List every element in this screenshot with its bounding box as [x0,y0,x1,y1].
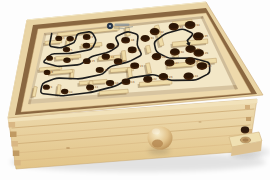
maze-hole-depth [194,33,203,39]
maze-hole-depth [56,36,62,40]
maze-hole-depth [114,58,121,62]
hole-number: 2 [75,37,77,41]
maze-hole-depth [47,56,53,60]
maze-hole-depth [64,58,70,62]
hole-number: 1 [63,36,65,40]
maze-hole-depth [96,67,103,71]
hole-number: 34 [196,23,200,27]
maze-hole-depth [87,85,94,89]
hole-number: 7 [71,58,73,62]
hole-number: 12 [115,81,119,85]
hole-number: 8 [51,70,53,74]
hole-number: 14 [105,68,109,72]
maze-hole-depth [128,47,136,52]
hole-number: 5 [71,48,73,52]
maze-hole-depth [169,23,178,28]
hole-number: 9 [51,85,53,89]
hole-number: 4 [91,44,93,48]
hole-number: 20 [123,59,127,63]
hole-number: 28 [162,55,166,59]
box-top [8,2,263,118]
maze-hole-depth [122,79,129,84]
tilt-knob [148,127,173,155]
maze-hole-depth [84,59,91,63]
maze-hole-depth [107,80,114,84]
hole-number: 31 [151,36,155,40]
hole-number: 10 [69,90,73,94]
hole-number: 26 [196,59,200,63]
maze-hole-depth [67,36,73,40]
maze-hole-depth [198,62,207,68]
maze-hole-depth [44,70,50,74]
maze-hole-depth [152,53,160,58]
hole-number: 27 [175,61,179,65]
maze-hole-depth [151,28,159,33]
hole-number: 35 [204,34,208,38]
hole-number: 13 [131,80,135,84]
hole-number: 25 [208,64,212,68]
maze-hole-depth [107,43,114,47]
hole-number: 6 [54,56,56,60]
hole-number: 19 [138,48,142,52]
hole-number: 17 [116,44,120,48]
hole-number: 24 [194,74,198,78]
hole-number: 23 [169,75,173,79]
hole-number: 3 [91,35,93,39]
hole-number: 32 [160,30,164,34]
ball-exit-hole [241,126,249,133]
maze-hole-depth [141,35,149,40]
wood-knot [198,121,201,123]
maze-hole-depth [43,85,49,89]
maze-hole-depth [63,47,69,51]
hole-number: 15 [91,59,95,63]
maze-hole-depth [102,54,109,58]
maze-hole-depth [165,59,173,64]
wood-knot [66,147,70,149]
hole-number: 29 [205,51,209,55]
hole-number: 11 [95,85,99,89]
maze-hole-depth [62,89,68,93]
hole-number: 21 [140,64,144,68]
labyrinth-photo: 1234567891011121314151617181920212223242… [0,0,270,180]
maze-hole-depth [171,49,180,54]
maze-hole-depth [186,45,195,50]
hole-number: 22 [153,77,157,81]
maze-hole-depth [144,76,152,81]
hole-number: 33 [180,25,184,29]
maze-hole-depth [122,37,130,42]
maze-hole-depth [186,58,195,63]
hole-number: 18 [131,38,135,42]
hole-number: 30 [181,50,185,54]
maze-hole-depth [131,63,139,68]
hole-number: 36 [197,47,201,51]
maze-hole-depth [83,34,90,38]
maze-hole-depth [83,43,90,47]
maze-hole-depth [184,73,193,78]
maze-hole-depth [159,73,167,78]
maze-hole-depth [186,21,195,27]
labyrinth-scene: 1234567891011121314151617181920212223242… [0,0,270,180]
hole-number: 16 [111,55,115,59]
